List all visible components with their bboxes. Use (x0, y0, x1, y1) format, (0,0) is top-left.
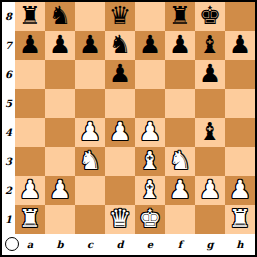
file-label-a: a (15, 234, 45, 255)
black-bishop-g7: ♝ (199, 32, 221, 57)
file-label-b: b (45, 234, 75, 255)
square-c6[interactable] (75, 60, 105, 89)
square-e5[interactable] (135, 89, 165, 118)
square-d4[interactable]: ♟ (105, 118, 135, 147)
white-pawn-b2: ♟ (49, 177, 71, 202)
square-c4[interactable]: ♟ (75, 118, 105, 147)
chess-board: 8♜♞♛♜♚7♟♟♟♞♟♟♝♟6♟♟54♟♟♟♝3♞♝♞2♟♟♝♟♟♟1♜♛♚♜… (2, 2, 255, 255)
file-label-c: c (75, 234, 105, 255)
square-d8[interactable]: ♛ (105, 2, 135, 31)
white-pawn-e4: ♟ (139, 119, 161, 144)
square-g1[interactable] (195, 205, 225, 234)
rank-label-2: 2 (2, 176, 15, 205)
square-e3[interactable]: ♝ (135, 147, 165, 176)
black-bishop-g4: ♝ (199, 119, 221, 144)
white-rook-h1: ♜ (229, 206, 251, 231)
square-d7[interactable]: ♞ (105, 31, 135, 60)
square-f2[interactable]: ♟ (165, 176, 195, 205)
square-e2[interactable]: ♝ (135, 176, 165, 205)
white-pawn-d4: ♟ (109, 119, 131, 144)
rank-label-6: 6 (2, 60, 15, 89)
square-a7[interactable]: ♟ (15, 31, 45, 60)
black-queen-d8: ♛ (109, 3, 131, 28)
square-d2[interactable] (105, 176, 135, 205)
square-a8[interactable]: ♜ (15, 2, 45, 31)
white-knight-f3: ♞ (169, 148, 191, 173)
square-c2[interactable] (75, 176, 105, 205)
white-queen-d1: ♛ (109, 206, 131, 231)
square-b1[interactable] (45, 205, 75, 234)
white-pawn-c4: ♟ (79, 119, 101, 144)
black-pawn-f7: ♟ (169, 32, 191, 57)
black-pawn-c7: ♟ (79, 32, 101, 57)
rank-label-7: 7 (2, 31, 15, 60)
square-f6[interactable] (165, 60, 195, 89)
square-h3[interactable] (225, 147, 255, 176)
rank-label-5: 5 (2, 89, 15, 118)
square-g6[interactable]: ♟ (195, 60, 225, 89)
square-e8[interactable] (135, 2, 165, 31)
square-g3[interactable] (195, 147, 225, 176)
side-to-move-indicator (5, 237, 19, 251)
square-g4[interactable]: ♝ (195, 118, 225, 147)
black-knight-d7: ♞ (109, 32, 131, 57)
square-h7[interactable]: ♟ (225, 31, 255, 60)
square-e1[interactable]: ♚ (135, 205, 165, 234)
black-pawn-g6: ♟ (199, 61, 221, 86)
square-h4[interactable] (225, 118, 255, 147)
black-rook-f8: ♜ (169, 3, 191, 28)
square-h2[interactable]: ♟ (225, 176, 255, 205)
rank-label-4: 4 (2, 118, 15, 147)
square-g5[interactable] (195, 89, 225, 118)
square-g8[interactable]: ♚ (195, 2, 225, 31)
square-d1[interactable]: ♛ (105, 205, 135, 234)
rank-label-1: 1 (2, 205, 15, 234)
white-knight-c3: ♞ (79, 148, 101, 173)
square-a3[interactable] (15, 147, 45, 176)
file-label-e: e (135, 234, 165, 255)
rank-label-3: 3 (2, 147, 15, 176)
square-e6[interactable] (135, 60, 165, 89)
file-label-g: g (195, 234, 225, 255)
square-h5[interactable] (225, 89, 255, 118)
white-bishop-e2: ♝ (139, 177, 161, 202)
square-f8[interactable]: ♜ (165, 2, 195, 31)
square-c3[interactable]: ♞ (75, 147, 105, 176)
square-g7[interactable]: ♝ (195, 31, 225, 60)
white-king-e1: ♚ (139, 206, 161, 231)
square-f7[interactable]: ♟ (165, 31, 195, 60)
square-a6[interactable] (15, 60, 45, 89)
square-b4[interactable] (45, 118, 75, 147)
square-c8[interactable] (75, 2, 105, 31)
white-pawn-a2: ♟ (19, 177, 41, 202)
file-label-h: h (225, 234, 255, 255)
black-pawn-d6: ♟ (109, 61, 131, 86)
square-b6[interactable] (45, 60, 75, 89)
white-rook-a1: ♜ (19, 206, 41, 231)
square-h1[interactable]: ♜ (225, 205, 255, 234)
square-h6[interactable] (225, 60, 255, 89)
black-pawn-h7: ♟ (229, 32, 251, 57)
white-pawn-h2: ♟ (229, 177, 251, 202)
black-king-g8: ♚ (199, 3, 221, 28)
black-pawn-b7: ♟ (49, 32, 71, 57)
chess-diagram: 8♜♞♛♜♚7♟♟♟♞♟♟♝♟6♟♟54♟♟♟♝3♞♝♞2♟♟♝♟♟♟1♜♛♚♜… (0, 0, 257, 257)
black-knight-b8: ♞ (49, 3, 71, 28)
white-pawn-f2: ♟ (169, 177, 191, 202)
file-label-d: d (105, 234, 135, 255)
rank-label-8: 8 (2, 2, 15, 31)
square-h8[interactable] (225, 2, 255, 31)
square-f5[interactable] (165, 89, 195, 118)
square-f4[interactable] (165, 118, 195, 147)
square-b2[interactable]: ♟ (45, 176, 75, 205)
square-a5[interactable] (15, 89, 45, 118)
square-c1[interactable] (75, 205, 105, 234)
file-label-f: f (165, 234, 195, 255)
square-a4[interactable] (15, 118, 45, 147)
square-b8[interactable]: ♞ (45, 2, 75, 31)
square-e4[interactable]: ♟ (135, 118, 165, 147)
black-pawn-a7: ♟ (19, 32, 41, 57)
square-c7[interactable]: ♟ (75, 31, 105, 60)
square-a1[interactable]: ♜ (15, 205, 45, 234)
square-b7[interactable]: ♟ (45, 31, 75, 60)
square-a2[interactable]: ♟ (15, 176, 45, 205)
white-pawn-g2: ♟ (199, 177, 221, 202)
black-pawn-e7: ♟ (139, 32, 161, 57)
square-f3[interactable]: ♞ (165, 147, 195, 176)
square-c5[interactable] (75, 89, 105, 118)
square-d3[interactable] (105, 147, 135, 176)
black-rook-a8: ♜ (19, 3, 41, 28)
square-e7[interactable]: ♟ (135, 31, 165, 60)
square-b3[interactable] (45, 147, 75, 176)
square-d5[interactable] (105, 89, 135, 118)
square-b5[interactable] (45, 89, 75, 118)
square-d6[interactable]: ♟ (105, 60, 135, 89)
square-f1[interactable] (165, 205, 195, 234)
square-g2[interactable]: ♟ (195, 176, 225, 205)
white-bishop-e3: ♝ (139, 148, 161, 173)
